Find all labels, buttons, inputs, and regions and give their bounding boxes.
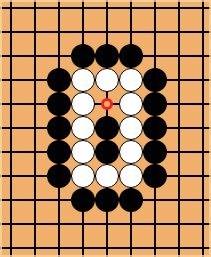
empty-point [47, 188, 71, 212]
empty-point [71, 20, 95, 44]
black-stone: ● [95, 116, 119, 140]
black-stone: ● [143, 68, 167, 92]
white-stone: ○ [119, 164, 143, 188]
point-2-5: ● [47, 116, 71, 140]
point-3-7: ○ [71, 164, 95, 188]
empty-point [71, 0, 95, 20]
black-stone: ● [119, 44, 143, 68]
empty-point [23, 68, 47, 92]
empty-point [143, 20, 167, 44]
empty-point [191, 0, 211, 20]
empty-point [23, 20, 47, 44]
black-stone: ● [47, 116, 71, 140]
empty-point [143, 44, 167, 68]
point-5-4: ○ [119, 92, 143, 116]
circle-marker [101, 98, 113, 110]
empty-point [0, 92, 23, 116]
point-3-3: ○ [71, 68, 95, 92]
empty-point [0, 0, 23, 20]
point-3-6: ○ [71, 140, 95, 164]
black-stone: ● [143, 116, 167, 140]
empty-point [191, 188, 211, 212]
empty-point [95, 212, 119, 236]
white-stone: ○ [119, 92, 143, 116]
point-4-8: ● [95, 188, 119, 212]
point-6-5: ● [143, 116, 167, 140]
empty-point [143, 188, 167, 212]
white-stone: ○ [71, 140, 95, 164]
point-4-6: ● [95, 140, 119, 164]
empty-point [0, 116, 23, 140]
empty-point [23, 92, 47, 116]
black-stone: ● [47, 140, 71, 164]
empty-point [191, 68, 211, 92]
empty-point [95, 0, 119, 20]
point-5-8: ● [119, 188, 143, 212]
point-4-5: ● [95, 116, 119, 140]
white-stone: ○ [119, 116, 143, 140]
empty-point [23, 236, 47, 257]
point-5-2: ● [119, 44, 143, 68]
point-5-3: ○ [119, 68, 143, 92]
white-stone: ○ [95, 164, 119, 188]
empty-point [167, 140, 191, 164]
point-3-8: ● [71, 188, 95, 212]
empty-point [47, 236, 71, 257]
empty-point [119, 236, 143, 257]
black-stone: ● [95, 140, 119, 164]
empty-point [191, 92, 211, 116]
white-stone: ○ [71, 92, 95, 116]
point-4-4 [95, 92, 119, 116]
point-5-7: ○ [119, 164, 143, 188]
empty-point [0, 188, 23, 212]
empty-point [0, 68, 23, 92]
black-stone: ● [71, 188, 95, 212]
black-stone: ● [71, 44, 95, 68]
white-stone: ○ [71, 68, 95, 92]
empty-point [143, 212, 167, 236]
point-6-3: ● [143, 68, 167, 92]
empty-point [47, 212, 71, 236]
empty-point [119, 212, 143, 236]
board-grid: ●●●●○○○●●○○●●○●○●●○●○●●○○○●●●● [0, 0, 211, 257]
empty-point [95, 20, 119, 44]
empty-point [95, 236, 119, 257]
empty-point [23, 212, 47, 236]
empty-point [167, 164, 191, 188]
white-stone: ○ [95, 68, 119, 92]
empty-point [47, 20, 71, 44]
empty-point [0, 164, 23, 188]
point-2-3: ● [47, 68, 71, 92]
black-stone: ● [119, 188, 143, 212]
empty-point [167, 92, 191, 116]
point-5-5: ○ [119, 116, 143, 140]
black-stone: ● [143, 140, 167, 164]
black-stone: ● [47, 92, 71, 116]
point-4-2: ● [95, 44, 119, 68]
empty-point [0, 44, 23, 68]
empty-point [23, 140, 47, 164]
white-stone: ○ [119, 68, 143, 92]
point-3-5: ○ [71, 116, 95, 140]
point-6-7: ● [143, 164, 167, 188]
point-5-6: ○ [119, 140, 143, 164]
empty-point [167, 236, 191, 257]
empty-point [47, 0, 71, 20]
point-6-4: ● [143, 92, 167, 116]
white-stone: ○ [71, 164, 95, 188]
empty-point [23, 164, 47, 188]
empty-point [167, 20, 191, 44]
empty-point [119, 0, 143, 20]
empty-point [143, 0, 167, 20]
empty-point [23, 44, 47, 68]
black-stone: ● [95, 44, 119, 68]
point-6-6: ● [143, 140, 167, 164]
black-stone: ● [95, 188, 119, 212]
empty-point [71, 236, 95, 257]
point-3-2: ● [71, 44, 95, 68]
empty-point [23, 188, 47, 212]
empty-point [191, 20, 211, 44]
empty-point [167, 116, 191, 140]
empty-point [167, 188, 191, 212]
point-2-6: ● [47, 140, 71, 164]
black-stone: ● [47, 164, 71, 188]
empty-point [23, 116, 47, 140]
empty-point [191, 164, 211, 188]
empty-point [191, 212, 211, 236]
empty-point [119, 20, 143, 44]
empty-point [167, 212, 191, 236]
empty-point [191, 116, 211, 140]
empty-point [0, 236, 23, 257]
point-4-3: ○ [95, 68, 119, 92]
empty-point [71, 212, 95, 236]
empty-point [191, 236, 211, 257]
black-stone: ● [143, 164, 167, 188]
empty-point [143, 236, 167, 257]
white-stone: ○ [119, 140, 143, 164]
empty-point [167, 44, 191, 68]
empty-point [23, 0, 47, 20]
go-board: ●●●●○○○●●○○●●○●○●●○●○●●○○○●●●● [0, 0, 211, 257]
black-stone: ● [47, 68, 71, 92]
empty-point [0, 140, 23, 164]
white-stone: ○ [71, 116, 95, 140]
point-3-4: ○ [71, 92, 95, 116]
empty-point [167, 68, 191, 92]
empty-point [0, 212, 23, 236]
empty-point [191, 140, 211, 164]
point-2-4: ● [47, 92, 71, 116]
empty-point [47, 44, 71, 68]
empty-point [191, 44, 211, 68]
empty-point [0, 20, 23, 44]
point-2-7: ● [47, 164, 71, 188]
empty-point [167, 0, 191, 20]
point-4-7: ○ [95, 164, 119, 188]
black-stone: ● [143, 92, 167, 116]
